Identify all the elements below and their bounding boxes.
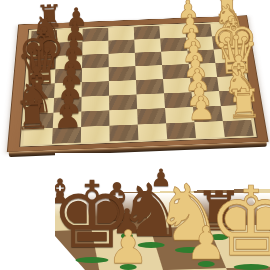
black-rook: ♜ (14, 95, 51, 136)
black-pawn: ♟ (52, 101, 82, 134)
white-rook: ♜ (225, 83, 262, 124)
board-overview-photo: ♜♟♟♜♞♟♟♞♝♟♟♝♚♟♟♚♛♟♟♛♝♟♟♝♞♟♟♞♜♟♟♜ (0, 0, 270, 162)
board-tilt-wrapper: ♜♟♟♜♞♟♟♞♝♟♟♝♚♟♟♚♛♟♟♛♝♟♟♝♞♟♟♞♜♟♟♜ (0, 0, 270, 167)
white-pawn: ♟ (186, 92, 216, 125)
chess-set-product-photo: ♜♟♟♜♞♟♟♞♝♟♟♝♚♟♟♚♛♟♟♛♝♟♟♝♞♟♟♞♜♟♟♜ ♝♟♝♟♜♞♞… (0, 0, 270, 270)
light-pawn-left: ♟ (107, 224, 148, 270)
light-pawn-right: ♟ (185, 220, 226, 266)
closeup-inset-photo: ♝♟♝♟♜♞♞♚♚♟♟ (55, 153, 270, 270)
pieces-layer: ♜♟♟♜♞♟♟♞♝♟♟♝♚♟♟♚♛♟♟♛♝♟♟♝♞♟♟♞♜♟♟♜ (0, 0, 270, 167)
